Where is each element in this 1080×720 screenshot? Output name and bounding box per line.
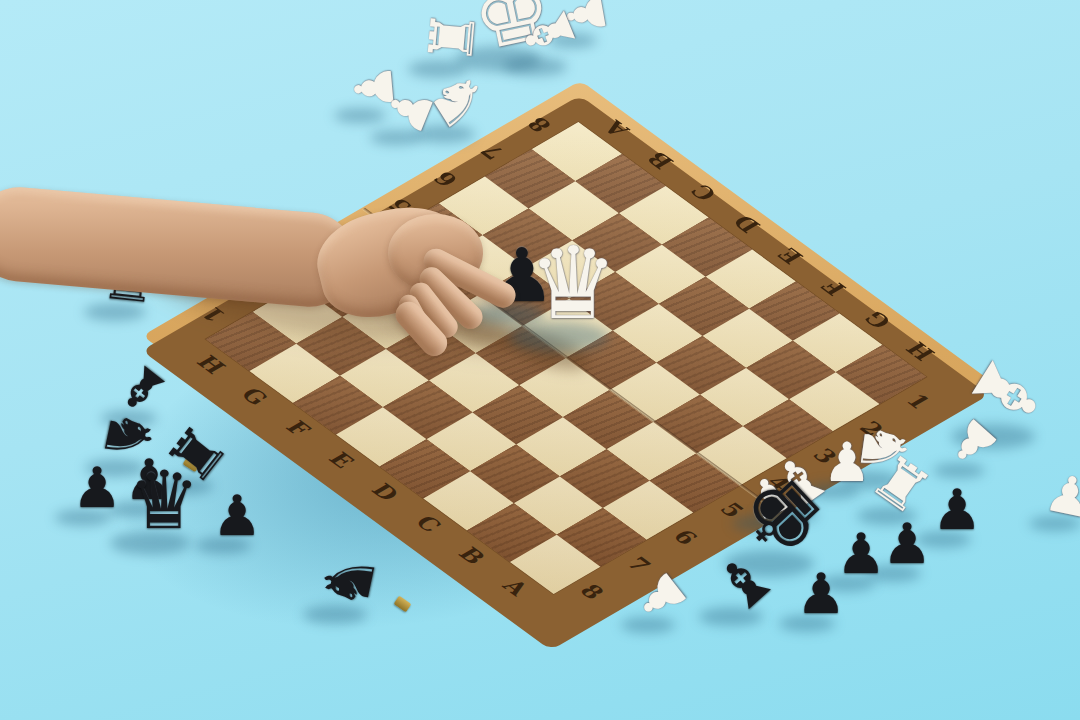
forearm bbox=[0, 183, 360, 310]
photo-scene: ABCDEFGH 87654321 HGFEDCBA 12345678 ♟♛♜♚… bbox=[0, 0, 1080, 720]
black-pawn[interactable]: ♟ bbox=[932, 482, 982, 538]
white-pawn-lying[interactable]: ♟ bbox=[1041, 466, 1080, 527]
black-pawn[interactable]: ♟ bbox=[882, 516, 932, 572]
black-pawn[interactable]: ♟ bbox=[796, 566, 846, 622]
black-queen[interactable]: ♛ bbox=[128, 461, 200, 541]
black-pawn[interactable]: ♟ bbox=[72, 460, 122, 516]
white-queen-d5[interactable]: ♛ bbox=[528, 234, 618, 334]
black-pawn[interactable]: ♟ bbox=[212, 488, 262, 544]
